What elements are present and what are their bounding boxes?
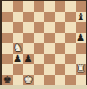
chess-board: ♝♟♞♟♟♜♚♚ [2, 1, 86, 85]
square-f6[interactable] [55, 22, 66, 33]
square-f2[interactable] [55, 64, 66, 75]
square-h5[interactable]: ♟ [76, 33, 87, 44]
square-f5[interactable] [55, 33, 66, 44]
square-a4[interactable] [2, 43, 13, 54]
square-a6[interactable] [2, 22, 13, 33]
black-king[interactable]: ♚ [3, 75, 12, 85]
square-e2[interactable] [44, 64, 55, 75]
square-a8[interactable] [2, 1, 13, 12]
square-d2[interactable] [34, 64, 45, 75]
chess-board-frame: ♝♟♞♟♟♜♚♚ [0, 0, 87, 89]
square-g8[interactable] [65, 1, 76, 12]
square-b3[interactable]: ♟ [13, 54, 24, 65]
square-h3[interactable] [76, 54, 87, 65]
square-c1[interactable]: ♚ [23, 75, 34, 86]
square-b8[interactable] [13, 1, 24, 12]
white-knight[interactable]: ♞ [13, 43, 22, 53]
board-bottom-strip [0, 85, 87, 89]
square-b1[interactable] [13, 75, 24, 86]
square-a3[interactable] [2, 54, 13, 65]
square-f4[interactable] [55, 43, 66, 54]
square-f1[interactable] [55, 75, 66, 86]
square-e8[interactable] [44, 1, 55, 12]
square-b2[interactable] [13, 64, 24, 75]
square-d1[interactable] [34, 75, 45, 86]
square-e7[interactable] [44, 12, 55, 23]
square-g6[interactable] [65, 22, 76, 33]
square-g4[interactable] [65, 43, 76, 54]
square-e3[interactable] [44, 54, 55, 65]
square-c4[interactable] [23, 43, 34, 54]
square-e6[interactable] [44, 22, 55, 33]
black-pawn[interactable]: ♟ [13, 54, 22, 64]
black-pawn[interactable]: ♟ [24, 54, 33, 64]
square-g3[interactable] [65, 54, 76, 65]
square-a7[interactable] [2, 12, 13, 23]
square-e4[interactable] [44, 43, 55, 54]
square-c6[interactable] [23, 22, 34, 33]
square-c2[interactable] [23, 64, 34, 75]
square-h4[interactable] [76, 43, 87, 54]
square-e5[interactable] [44, 33, 55, 44]
square-f3[interactable] [55, 54, 66, 65]
white-king[interactable]: ♚ [24, 75, 33, 85]
black-pawn[interactable]: ♟ [76, 33, 85, 43]
square-g5[interactable] [65, 33, 76, 44]
square-g1[interactable] [65, 75, 76, 86]
square-b6[interactable] [13, 22, 24, 33]
square-g2[interactable] [65, 64, 76, 75]
square-d5[interactable] [34, 33, 45, 44]
square-a5[interactable] [2, 33, 13, 44]
square-f7[interactable] [55, 12, 66, 23]
square-c3[interactable]: ♟ [23, 54, 34, 65]
square-h7[interactable]: ♝ [76, 12, 87, 23]
square-e1[interactable] [44, 75, 55, 86]
square-c8[interactable] [23, 1, 34, 12]
square-d3[interactable] [34, 54, 45, 65]
square-b4[interactable]: ♞ [13, 43, 24, 54]
white-rook[interactable]: ♜ [76, 64, 85, 74]
square-d7[interactable] [34, 12, 45, 23]
square-g7[interactable] [65, 12, 76, 23]
square-a2[interactable] [2, 64, 13, 75]
square-c5[interactable] [23, 33, 34, 44]
black-bishop[interactable]: ♝ [76, 12, 85, 22]
square-h2[interactable]: ♜ [76, 64, 87, 75]
square-h1[interactable] [76, 75, 87, 86]
square-a1[interactable]: ♚ [2, 75, 13, 86]
square-d4[interactable] [34, 43, 45, 54]
square-c7[interactable] [23, 12, 34, 23]
square-b5[interactable] [13, 33, 24, 44]
square-f8[interactable] [55, 1, 66, 12]
square-h6[interactable] [76, 22, 87, 33]
square-d6[interactable] [34, 22, 45, 33]
square-d8[interactable] [34, 1, 45, 12]
square-h8[interactable] [76, 1, 87, 12]
square-b7[interactable] [13, 12, 24, 23]
